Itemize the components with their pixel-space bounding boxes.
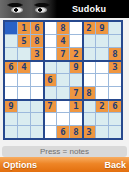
cell-r6c8[interactable] — [96, 87, 108, 99]
cell-r3c6[interactable]: 2 — [70, 48, 82, 60]
cell-r4c6[interactable]: 9 — [70, 61, 82, 73]
cell-r5c6[interactable] — [70, 74, 82, 86]
cell-r5c2[interactable] — [18, 74, 30, 86]
cell-r1c8[interactable]: 9 — [96, 22, 108, 34]
cell-r6c9[interactable] — [109, 87, 121, 99]
cell-r8c5[interactable] — [57, 113, 69, 125]
options-softkey[interactable]: Options — [3, 160, 37, 170]
cell-r3c8[interactable] — [96, 48, 108, 60]
cell-r6c3[interactable] — [31, 87, 43, 99]
cell-r9c8[interactable] — [96, 126, 108, 138]
cell-r7c5[interactable] — [57, 100, 69, 112]
cell-r5c4[interactable]: 6 — [44, 74, 56, 86]
cell-r5c8[interactable] — [96, 74, 108, 86]
box-divider-vertical-2 — [82, 22, 84, 138]
eyes-image — [0, 0, 57, 18]
hint-text: Press = notes — [40, 147, 89, 156]
sudoku-board: 168295843728649367897126683 — [3, 20, 123, 140]
back-softkey[interactable]: Back — [104, 160, 126, 170]
cell-r1c9[interactable] — [109, 22, 121, 34]
cell-r3c7[interactable] — [83, 48, 95, 60]
cell-r4c9[interactable]: 3 — [109, 61, 121, 73]
cell-r8c6[interactable] — [70, 113, 82, 125]
cell-r5c9[interactable] — [109, 74, 121, 86]
cell-r5c1[interactable] — [5, 74, 17, 86]
cell-r3c9[interactable]: 8 — [109, 48, 121, 60]
cell-r7c8[interactable]: 2 — [96, 100, 108, 112]
cell-r4c7[interactable] — [83, 61, 95, 73]
phone-screen: Sudoku 168295843728649367897126683 Press… — [0, 0, 129, 172]
cell-r8c4[interactable] — [44, 113, 56, 125]
cell-r1c7[interactable]: 2 — [83, 22, 95, 34]
cell-r6c4[interactable] — [44, 87, 56, 99]
cell-r9c3[interactable] — [31, 126, 43, 138]
cell-r8c1[interactable] — [5, 113, 17, 125]
cell-r2c3[interactable]: 8 — [31, 35, 43, 47]
cell-r7c1[interactable]: 9 — [5, 100, 17, 112]
cell-r3c2[interactable] — [18, 48, 30, 60]
cell-r5c3[interactable] — [31, 74, 43, 86]
cell-r9c1[interactable] — [5, 126, 17, 138]
cell-r5c7[interactable] — [83, 74, 95, 86]
cell-r8c7[interactable] — [83, 113, 95, 125]
cell-r3c5[interactable]: 7 — [57, 48, 69, 60]
cell-r1c2[interactable]: 1 — [18, 22, 30, 34]
cell-r7c4[interactable]: 7 — [44, 100, 56, 112]
cell-r7c7[interactable] — [83, 100, 95, 112]
cell-r2c6[interactable] — [70, 35, 82, 47]
cell-r9c5[interactable]: 6 — [57, 126, 69, 138]
box-divider-horizontal-2 — [5, 99, 121, 101]
app-title: Sudoku — [57, 4, 129, 14]
cell-r4c4[interactable] — [44, 61, 56, 73]
hint-bar: Press = notes — [2, 146, 127, 157]
cell-r6c7[interactable]: 8 — [83, 87, 95, 99]
cell-r3c3[interactable]: 3 — [31, 48, 43, 60]
cell-r7c9[interactable]: 6 — [109, 100, 121, 112]
cell-r6c6[interactable]: 7 — [70, 87, 82, 99]
cell-r4c2[interactable]: 4 — [18, 61, 30, 73]
cell-r7c3[interactable] — [31, 100, 43, 112]
cell-r1c4[interactable] — [44, 22, 56, 34]
cell-r9c9[interactable] — [109, 126, 121, 138]
cell-r2c1[interactable] — [5, 35, 17, 47]
cell-r4c3[interactable] — [31, 61, 43, 73]
cell-r9c6[interactable]: 8 — [70, 126, 82, 138]
cell-r6c1[interactable] — [5, 87, 17, 99]
cell-r1c1[interactable] — [5, 22, 17, 34]
box-divider-vertical-1 — [43, 22, 45, 138]
cell-r5c5[interactable] — [57, 74, 69, 86]
cell-r8c2[interactable] — [18, 113, 30, 125]
cell-r2c9[interactable] — [109, 35, 121, 47]
cell-r2c2[interactable]: 5 — [18, 35, 30, 47]
cell-r8c9[interactable] — [109, 113, 121, 125]
cell-r3c1[interactable] — [5, 48, 17, 60]
title-bar: Sudoku — [0, 0, 129, 18]
cell-r9c2[interactable] — [18, 126, 30, 138]
cell-r2c4[interactable] — [44, 35, 56, 47]
cell-r1c6[interactable] — [70, 22, 82, 34]
cell-r2c7[interactable] — [83, 35, 95, 47]
cell-r2c8[interactable] — [96, 35, 108, 47]
cell-r2c5[interactable]: 4 — [57, 35, 69, 47]
box-divider-horizontal-1 — [5, 60, 121, 62]
cell-r7c2[interactable] — [18, 100, 30, 112]
cell-r6c2[interactable] — [18, 87, 30, 99]
cell-r8c3[interactable] — [31, 113, 43, 125]
cell-r1c5[interactable]: 8 — [57, 22, 69, 34]
cell-r1c3[interactable]: 6 — [31, 22, 43, 34]
cell-r4c8[interactable] — [96, 61, 108, 73]
softkey-bar: Options Back — [0, 157, 129, 172]
cell-r3c4[interactable] — [44, 48, 56, 60]
cell-r6c5[interactable] — [57, 87, 69, 99]
cell-r9c4[interactable] — [44, 126, 56, 138]
cell-r8c8[interactable] — [96, 113, 108, 125]
cell-r4c1[interactable]: 6 — [5, 61, 17, 73]
cell-r4c5[interactable] — [57, 61, 69, 73]
cell-r7c6[interactable]: 1 — [70, 100, 82, 112]
cell-r9c7[interactable]: 3 — [83, 126, 95, 138]
